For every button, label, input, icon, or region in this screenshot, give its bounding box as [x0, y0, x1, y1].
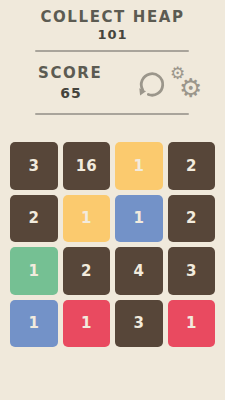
tile-green-1[interactable]: 1	[10, 247, 58, 295]
tile-brown-3[interactable]: 3	[10, 142, 58, 190]
tile-red-1[interactable]: 1	[63, 300, 111, 348]
settings-button[interactable]: ⚙ ⚙	[170, 66, 206, 104]
tile-brown-2[interactable]: 2	[10, 195, 58, 243]
divider-bottom	[35, 113, 189, 115]
tile-yellow-1[interactable]: 1	[63, 195, 111, 243]
tile-red-1[interactable]: 1	[168, 300, 216, 348]
score-value: 65	[38, 85, 104, 101]
game-title: COLLECT HEAP	[0, 8, 225, 26]
tile-brown-2[interactable]: 2	[168, 142, 216, 190]
gear-large-icon: ⚙	[179, 75, 202, 101]
restart-icon	[137, 70, 167, 100]
score-label: SCORE	[38, 64, 102, 82]
tile-brown-2[interactable]: 2	[63, 247, 111, 295]
tile-brown-3[interactable]: 3	[115, 300, 163, 348]
game-screen: COLLECT HEAP 101 SCORE 65 ⚙ ⚙ 3161221121…	[0, 0, 225, 400]
tile-yellow-1[interactable]: 1	[115, 142, 163, 190]
tile-brown-2[interactable]: 2	[168, 195, 216, 243]
tile-brown-4[interactable]: 4	[115, 247, 163, 295]
tile-blue-1[interactable]: 1	[115, 195, 163, 243]
restart-button[interactable]	[137, 70, 167, 100]
goal-value: 101	[0, 27, 225, 42]
board-grid: 31612211212431131	[10, 142, 215, 347]
tile-brown-16[interactable]: 16	[63, 142, 111, 190]
tile-blue-1[interactable]: 1	[10, 300, 58, 348]
divider-top	[35, 50, 189, 52]
tile-brown-3[interactable]: 3	[168, 247, 216, 295]
